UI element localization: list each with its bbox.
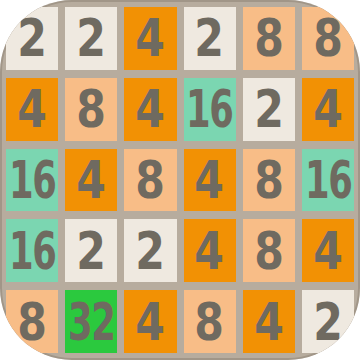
tile-r2c5-2: 2 [243,78,295,141]
tile-r5c2-32: 32 [65,290,117,353]
tile-r3c1-16: 16 [6,149,58,212]
tile-value: 16 [186,83,232,135]
tile-value: 2 [136,225,166,277]
tile-r4c1-16: 16 [6,219,58,282]
tile-value: 2 [76,12,106,64]
tile-value: 8 [76,83,106,135]
tile-value: 4 [195,154,225,206]
tile-r1c4-2: 2 [184,7,236,70]
tile-value: 8 [254,154,284,206]
tile-value: 8 [195,296,225,348]
tile-value: 8 [136,154,166,206]
tile-r5c6-2: 2 [302,290,354,353]
tile-r2c3-4: 4 [124,78,176,141]
game-board-2048[interactable]: 22428848416241648481616224848324842 [0,0,360,360]
tile-value: 8 [254,225,284,277]
tile-r3c5-8: 8 [243,149,295,212]
tile-value: 8 [254,12,284,64]
tile-r5c3-4: 4 [124,290,176,353]
tile-r4c6-4: 4 [302,219,354,282]
tile-value: 4 [313,83,343,135]
tile-value: 4 [136,83,166,135]
tile-value: 4 [254,296,284,348]
tile-value: 4 [195,225,225,277]
tile-value: 4 [136,296,166,348]
tile-value: 16 [9,225,55,277]
tile-r2c2-8: 8 [65,78,117,141]
tile-r3c6-16: 16 [302,149,354,212]
tile-r4c4-4: 4 [184,219,236,282]
tile-value: 4 [313,225,343,277]
tile-r1c3-4: 4 [124,7,176,70]
tile-r5c1-8: 8 [6,290,58,353]
tile-r2c1-4: 4 [6,78,58,141]
tile-value: 4 [136,12,166,64]
tile-r1c6-8: 8 [302,7,354,70]
tile-r3c3-8: 8 [124,149,176,212]
tile-value: 8 [17,296,47,348]
tile-value: 2 [76,225,106,277]
tile-r4c5-8: 8 [243,219,295,282]
app-icon: 22428848416241648481616224848324842 [0,0,360,360]
tile-value: 2 [313,296,343,348]
tile-r5c4-8: 8 [184,290,236,353]
tile-value: 16 [305,154,351,206]
tile-r2c6-4: 4 [302,78,354,141]
tile-r1c1-2: 2 [6,7,58,70]
tile-r5c5-4: 4 [243,290,295,353]
tile-r2c4-16: 16 [184,78,236,141]
tile-value: 2 [17,12,47,64]
tile-value: 4 [76,154,106,206]
tile-r4c3-2: 2 [124,219,176,282]
tile-r1c2-2: 2 [65,7,117,70]
tile-r1c5-8: 8 [243,7,295,70]
tile-r3c2-4: 4 [65,149,117,212]
tile-value: 2 [195,12,225,64]
tile-r4c2-2: 2 [65,219,117,282]
tile-value: 16 [9,154,55,206]
tile-value: 4 [17,83,47,135]
tile-value: 8 [313,12,343,64]
tile-r3c4-4: 4 [184,149,236,212]
tile-value: 32 [68,296,114,348]
tile-value: 2 [254,83,284,135]
